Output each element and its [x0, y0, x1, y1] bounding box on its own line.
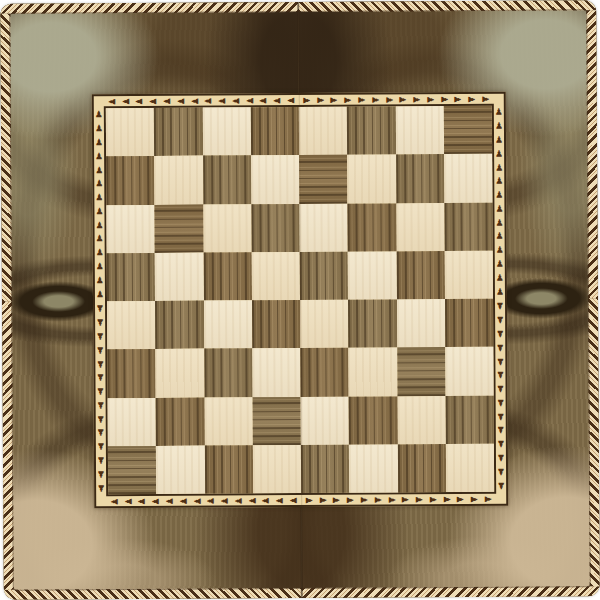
pawn-motif: ♟: [96, 317, 104, 326]
chess-grid: [106, 106, 494, 494]
pawn-motif: ♟: [496, 301, 504, 310]
pawn-motif: ♟: [495, 149, 503, 158]
pawn-motif: ♟: [496, 370, 504, 379]
pawn-motif: ♟: [96, 290, 104, 299]
pawn-motif: ♟: [329, 96, 338, 104]
pawn-motif: ♟: [496, 315, 504, 324]
pawn-motif: ♟: [152, 497, 161, 505]
pawn-motif: ♟: [96, 331, 104, 340]
pawn-motif: ♟: [95, 111, 103, 120]
square-c7[interactable]: [203, 156, 252, 205]
pawn-motif: ♟: [95, 138, 103, 147]
pawn-motif: ♟: [425, 95, 434, 103]
square-g6[interactable]: [396, 203, 445, 252]
pawn-motif: ♟: [138, 497, 147, 505]
pawn-motif: ♟: [496, 329, 504, 338]
pawn-motif: ♟: [414, 495, 423, 503]
square-f1[interactable]: [349, 444, 398, 493]
square-e5[interactable]: [300, 251, 349, 300]
pawn-motif: ♟: [111, 497, 120, 505]
pawn-motif: ♟: [496, 246, 504, 255]
square-b1[interactable]: [156, 445, 205, 494]
square-f2[interactable]: [349, 396, 398, 445]
square-a4[interactable]: [107, 301, 156, 350]
pawn-motif: ♟: [97, 428, 105, 437]
pawn-motif: ♟: [166, 497, 175, 505]
square-d8[interactable]: [251, 107, 300, 156]
pawn-motif: ♟: [497, 453, 505, 462]
pawn-motif: ♟: [400, 495, 409, 503]
rope-trim-bottom-left: [4, 588, 302, 600]
pawn-motif: ♟: [428, 495, 437, 503]
pawn-motif: ♟: [370, 95, 379, 103]
pawn-motif: ♟: [232, 96, 241, 104]
square-f7[interactable]: [347, 155, 396, 204]
inlay-motif-half: ♟♟♟♟♟♟♟♟♟♟♟♟♟♟: [108, 495, 301, 506]
rope-trim-left-bottom: [2, 302, 14, 590]
square-c2[interactable]: [204, 397, 253, 446]
square-a2[interactable]: [108, 397, 157, 446]
pawn-motif: ♟: [96, 345, 104, 354]
pawn-motif: ♟: [342, 96, 351, 104]
pawn-motif: ♟: [315, 96, 324, 104]
square-e6[interactable]: [299, 203, 348, 252]
square-h8[interactable]: [444, 106, 493, 155]
pawn-motif: ♟: [398, 95, 407, 103]
pawn-motif: ♟: [497, 467, 505, 476]
pawn-motif: ♟: [495, 205, 503, 214]
pawn-motif: ♟: [495, 108, 503, 117]
square-g5[interactable]: [396, 251, 445, 300]
square-g2[interactable]: [397, 396, 446, 445]
square-a5[interactable]: [107, 253, 156, 302]
pawn-motif: ♟: [411, 95, 420, 103]
pawn-motif: ♟: [495, 136, 503, 145]
pawn-motif: ♟: [97, 483, 105, 492]
pawn-motif: ♟: [136, 97, 145, 105]
square-b4[interactable]: [155, 301, 204, 350]
pawn-motif: ♟: [96, 304, 104, 313]
square-f8[interactable]: [347, 106, 396, 155]
rope-trim-left-top: [0, 14, 12, 302]
playing-area: ♟♟♟♟♟♟♟♟♟♟♟♟♟♟♟♟♟♟♟♟♟♟♟♟♟♟♟♟ ♟♟♟♟♟♟♟♟♟♟♟…: [92, 92, 509, 509]
square-e2[interactable]: [301, 396, 350, 445]
pawn-motif: ♟: [304, 496, 313, 504]
square-e4[interactable]: [300, 300, 349, 349]
square-g4[interactable]: [396, 299, 445, 348]
wooden-chessboard: ♟♟♟♟♟♟♟♟♟♟♟♟♟♟♟♟♟♟♟♟♟♟♟♟♟♟♟♟ ♟♟♟♟♟♟♟♟♟♟♟…: [0, 0, 600, 600]
square-a8[interactable]: [106, 108, 155, 157]
pawn-motif: ♟: [96, 386, 104, 395]
pawn-motif: ♟: [95, 221, 103, 230]
pawn-motif: ♟: [248, 496, 257, 504]
square-a6[interactable]: [106, 204, 155, 253]
pawn-motif: ♟: [96, 262, 104, 271]
pawn-motif: ♟: [95, 166, 103, 175]
square-h7[interactable]: [444, 154, 493, 203]
pawn-motif: ♟: [496, 384, 504, 393]
pawn-motif: ♟: [496, 342, 504, 351]
inlay-motif-half: ♟♟♟♟♟♟♟♟♟♟♟♟♟♟: [495, 299, 506, 492]
square-c3[interactable]: [204, 349, 253, 398]
square-d6[interactable]: [251, 204, 300, 253]
square-e3[interactable]: [300, 348, 349, 397]
pawn-motif: ♟: [95, 124, 103, 133]
rope-trim-right-top: [586, 10, 598, 298]
pawn-motif: ♟: [108, 97, 117, 105]
pawn-motif: ♟: [345, 496, 354, 504]
pawn-motif: ♟: [439, 95, 448, 103]
pawn-motif: ♟: [495, 177, 503, 186]
pawn-motif: ♟: [287, 96, 296, 104]
pawn-motif: ♟: [97, 469, 105, 478]
pawn-motif: ♟: [359, 496, 368, 504]
pawn-motif: ♟: [496, 274, 504, 283]
pawn-motif: ♟: [96, 359, 104, 368]
pawn-motif: ♟: [495, 122, 503, 131]
pawn-motif: ♟: [235, 496, 244, 504]
pawn-motif: ♟: [331, 496, 340, 504]
inlay-motif-half: ♟♟♟♟♟♟♟♟♟♟♟♟♟♟: [494, 106, 505, 299]
pawn-motif: ♟: [97, 400, 105, 409]
chessboard-photo: ♟♟♟♟♟♟♟♟♟♟♟♟♟♟♟♟♟♟♟♟♟♟♟♟♟♟♟♟ ♟♟♟♟♟♟♟♟♟♟♟…: [0, 0, 600, 600]
square-c6[interactable]: [203, 204, 252, 253]
pawn-motif: ♟: [274, 96, 283, 104]
square-b5[interactable]: [155, 252, 204, 301]
pawn-motif: ♟: [96, 276, 104, 285]
pawn-motif: ♟: [124, 497, 133, 505]
pawn-motif: ♟: [205, 96, 214, 104]
square-h2[interactable]: [445, 395, 494, 444]
pawn-motif: ♟: [96, 248, 104, 257]
pawn-motif: ♟: [467, 95, 476, 103]
pawn-motif: ♟: [497, 411, 505, 420]
square-g1[interactable]: [397, 444, 446, 493]
rope-trim-top-left: [0, 2, 298, 14]
pawn-motif: ♟: [372, 495, 381, 503]
pawn-motif: ♟: [177, 97, 186, 105]
square-g3[interactable]: [397, 347, 446, 396]
square-b8[interactable]: [154, 108, 203, 157]
square-a7[interactable]: [106, 156, 155, 205]
pawn-motif: ♟: [191, 97, 200, 105]
square-b6[interactable]: [155, 204, 204, 253]
pawn-motif: ♟: [356, 96, 365, 104]
pawn-motif: ♟: [317, 496, 326, 504]
pawn-motif: ♟: [495, 163, 503, 172]
square-d3[interactable]: [252, 348, 301, 397]
pawn-motif: ♟: [149, 97, 158, 105]
pawn-motif: ♟: [262, 496, 271, 504]
square-f3[interactable]: [349, 348, 398, 397]
pawn-motif: ♟: [441, 495, 450, 503]
pawn-motif: ♟: [95, 179, 103, 188]
pawn-motif: ♟: [483, 495, 492, 503]
pawn-motif: ♟: [276, 496, 285, 504]
square-h1[interactable]: [446, 444, 495, 493]
pawn-motif: ♟: [497, 398, 505, 407]
pawn-motif: ♟: [246, 96, 255, 104]
pawn-motif: ♟: [496, 356, 504, 365]
pawn-motif: ♟: [496, 232, 504, 241]
pawn-motif: ♟: [97, 441, 105, 450]
pawn-motif: ♟: [496, 260, 504, 269]
pawn-motif: ♟: [301, 96, 310, 104]
pawn-motif: ♟: [480, 95, 489, 103]
square-g7[interactable]: [396, 154, 445, 203]
square-h6[interactable]: [444, 202, 493, 251]
pawn-motif: ♟: [97, 455, 105, 464]
pawn-motif: ♟: [260, 96, 269, 104]
pawn-motif: ♟: [469, 495, 478, 503]
pawn-motif: ♟: [495, 191, 503, 200]
square-c5[interactable]: [203, 252, 252, 301]
square-h5[interactable]: [444, 251, 493, 300]
pawn-motif: ♟: [497, 480, 505, 489]
square-f6[interactable]: [348, 203, 397, 252]
square-e7[interactable]: [299, 155, 348, 204]
pawn-motif: ♟: [290, 496, 299, 504]
pawn-motif: ♟: [207, 496, 216, 504]
square-g8[interactable]: [395, 106, 444, 155]
pawn-motif: ♟: [386, 495, 395, 503]
pawn-motif: ♟: [455, 495, 464, 503]
pawn-motif: ♟: [495, 218, 503, 227]
square-e8[interactable]: [299, 107, 348, 156]
square-b7[interactable]: [154, 156, 203, 205]
square-b2[interactable]: [156, 397, 205, 446]
rope-trim-top-right: [298, 0, 596, 12]
pawn-motif: ♟: [97, 414, 105, 423]
pawn-motif: ♟: [96, 235, 104, 244]
square-d7[interactable]: [251, 155, 300, 204]
pawn-motif: ♟: [179, 497, 188, 505]
pawn-motif: ♟: [496, 287, 504, 296]
square-d1[interactable]: [253, 445, 302, 494]
pawn-motif: ♟: [122, 97, 131, 105]
square-h4[interactable]: [445, 299, 494, 348]
square-a1[interactable]: [108, 446, 157, 495]
square-h3[interactable]: [445, 347, 494, 396]
pawn-motif: ♟: [95, 207, 103, 216]
pawn-motif: ♟: [453, 95, 462, 103]
square-f4[interactable]: [348, 299, 397, 348]
squares-frame: [104, 104, 496, 496]
pawn-motif: ♟: [96, 372, 104, 381]
pawn-motif: ♟: [497, 439, 505, 448]
pawn-motif: ♟: [221, 496, 230, 504]
pawn-motif: ♟: [95, 193, 103, 202]
square-e1[interactable]: [301, 444, 350, 493]
pawn-motif: ♟: [218, 96, 227, 104]
square-d4[interactable]: [252, 300, 301, 349]
square-b3[interactable]: [156, 349, 205, 398]
pawn-motif: ♟: [384, 95, 393, 103]
square-d2[interactable]: [252, 396, 301, 445]
pawn-motif: ♟: [497, 425, 505, 434]
inlay-motif-half: ♟♟♟♟♟♟♟♟♟♟♟♟♟♟: [301, 494, 494, 505]
pawn-motif: ♟: [95, 152, 103, 161]
square-c1[interactable]: [204, 445, 253, 494]
square-c8[interactable]: [202, 107, 251, 156]
rope-trim-bottom-right: [302, 586, 600, 598]
pawn-motif: ♟: [193, 497, 202, 505]
square-c4[interactable]: [204, 300, 253, 349]
square-d5[interactable]: [251, 252, 300, 301]
pawn-motif: ♟: [163, 97, 172, 105]
rope-trim-right-bottom: [588, 298, 600, 586]
square-f5[interactable]: [348, 251, 397, 300]
square-a3[interactable]: [107, 349, 156, 398]
